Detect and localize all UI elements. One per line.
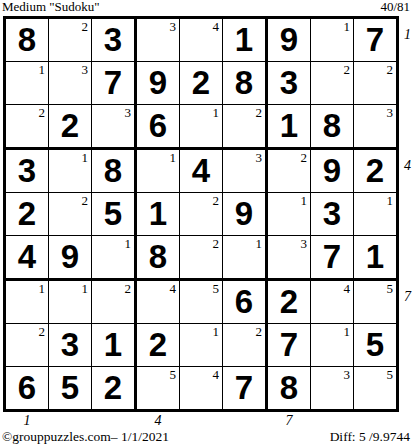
pencil-mark: 3 [344, 367, 351, 382]
cell-digit: 1 [354, 236, 396, 278]
cell-digit: 1 [137, 193, 179, 235]
box-6: 292131371 [268, 150, 396, 278]
cell-r1c1[interactable]: 8 [6, 19, 48, 61]
cell-digit: 6 [6, 367, 48, 409]
cell-digit: 1 [223, 19, 265, 61]
cell-r8c9[interactable]: 5 [354, 324, 396, 366]
pencil-mark: 5 [213, 281, 220, 296]
cell-r7c5[interactable]: 5 [180, 281, 222, 323]
pencil-mark: 3 [256, 150, 263, 165]
cell-r6c8[interactable]: 7 [311, 236, 353, 278]
cell-r7c2[interactable]: 1 [49, 281, 91, 323]
cell-digit: 7 [92, 62, 134, 104]
pencil-mark: 5 [170, 367, 177, 382]
cell-r5c1[interactable]: 2 [6, 193, 48, 235]
row-label-4: 4 [404, 158, 411, 173]
pencil-mark: 1 [82, 281, 89, 296]
pencil-mark: 1 [387, 193, 394, 208]
cell-digit: 6 [137, 105, 179, 147]
cell-r4c5[interactable]: 4 [180, 150, 222, 192]
box-3: 917322183 [268, 19, 396, 147]
cell-digit: 9 [49, 236, 91, 278]
cell-r3c6[interactable]: 2 [223, 105, 265, 147]
cell-r2c4[interactable]: 9 [137, 62, 179, 104]
cell-r6c6[interactable]: 1 [223, 236, 265, 278]
box-4: 318225491 [6, 150, 134, 278]
col-label-7: 7 [268, 413, 310, 428]
cell-r3c4[interactable]: 6 [137, 105, 179, 147]
pencil-mark: 1 [301, 193, 308, 208]
cell-digit: 8 [268, 367, 310, 409]
pencil-mark: 2 [213, 193, 220, 208]
cell-r9c9[interactable]: 5 [354, 367, 396, 409]
pencil-mark: 2 [82, 19, 89, 34]
box-1: 823137223 [6, 19, 134, 147]
pencil-mark: 3 [82, 62, 89, 77]
pencil-mark: 2 [213, 236, 220, 251]
pencil-mark: 2 [125, 281, 132, 296]
cell-r3c8[interactable]: 8 [311, 105, 353, 147]
cell-r5c8[interactable]: 3 [311, 193, 353, 235]
cell-r4c6[interactable]: 3 [223, 150, 265, 192]
cell-r6c9[interactable]: 1 [354, 236, 396, 278]
cell-digit: 2 [354, 150, 396, 192]
pencil-mark: 1 [125, 236, 132, 251]
sudoku-board: 8231372233419286129173221833182254911431… [3, 16, 399, 412]
cell-r9c2[interactable]: 5 [49, 367, 91, 409]
cell-digit: 6 [223, 281, 265, 323]
box-7: 112231652 [6, 281, 134, 409]
pencil-mark: 4 [213, 19, 220, 34]
difficulty-text: Diff: 5 /9.9744 [330, 429, 410, 444]
cell-r4c9[interactable]: 2 [354, 150, 396, 192]
pencil-mark: 3 [170, 19, 177, 34]
cell-r6c3[interactable]: 1 [92, 236, 134, 278]
cell-r4c8[interactable]: 9 [311, 150, 353, 192]
cell-r3c5[interactable]: 1 [180, 105, 222, 147]
cell-r7c9[interactable]: 5 [354, 281, 396, 323]
cell-digit: 7 [354, 19, 396, 61]
pencil-mark: 1 [256, 236, 263, 251]
cell-r8c4[interactable]: 2 [137, 324, 179, 366]
cell-r5c6[interactable]: 9 [223, 193, 265, 235]
cell-digit: 3 [92, 19, 134, 61]
cell-r2c3[interactable]: 7 [92, 62, 134, 104]
cell-r4c1[interactable]: 3 [6, 150, 48, 192]
cell-r9c3[interactable]: 2 [92, 367, 134, 409]
cell-digit: 3 [268, 62, 310, 104]
pencil-mark: 1 [39, 62, 46, 77]
cell-r5c2[interactable]: 2 [49, 193, 91, 235]
cell-digit: 9 [268, 19, 310, 61]
cell-r7c7[interactable]: 2 [268, 281, 310, 323]
cell-r4c4[interactable]: 1 [137, 150, 179, 192]
cell-digit: 5 [354, 324, 396, 366]
cell-digit: 1 [92, 324, 134, 366]
box-8: 456212547 [137, 281, 265, 409]
pencil-mark: 4 [170, 281, 177, 296]
pencil-mark: 2 [82, 193, 89, 208]
pencil-mark: 2 [39, 105, 46, 120]
cell-r9c1[interactable]: 6 [6, 367, 48, 409]
cell-r2c1[interactable]: 1 [6, 62, 48, 104]
cell-r9c8[interactable]: 3 [311, 367, 353, 409]
pencil-mark: 5 [387, 367, 394, 382]
pencil-mark: 1 [213, 324, 220, 339]
cell-r8c6[interactable]: 2 [223, 324, 265, 366]
cell-r3c3[interactable]: 3 [92, 105, 134, 147]
pencil-mark: 5 [387, 281, 394, 296]
pencil-mark: 3 [125, 105, 132, 120]
cell-r7c8[interactable]: 4 [311, 281, 353, 323]
cell-r6c1[interactable]: 4 [6, 236, 48, 278]
cell-r8c3[interactable]: 1 [92, 324, 134, 366]
cell-r5c5[interactable]: 2 [180, 193, 222, 235]
cell-r1c5[interactable]: 4 [180, 19, 222, 61]
cell-r2c8[interactable]: 2 [311, 62, 353, 104]
cell-digit: 8 [92, 150, 134, 192]
cell-digit: 2 [92, 367, 134, 409]
cell-r6c5[interactable]: 2 [180, 236, 222, 278]
cell-r9c5[interactable]: 4 [180, 367, 222, 409]
cell-r1c2[interactable]: 2 [49, 19, 91, 61]
footer: ©grouppuzzles.com– 1/1/2021 Diff: 5 /9.9… [0, 429, 412, 444]
cell-digit: 2 [137, 324, 179, 366]
cell-r1c6[interactable]: 1 [223, 19, 265, 61]
cell-r3c7[interactable]: 1 [268, 105, 310, 147]
cell-r4c7[interactable]: 2 [268, 150, 310, 192]
cell-r7c3[interactable]: 2 [92, 281, 134, 323]
cell-r7c1[interactable]: 1 [6, 281, 48, 323]
puzzle-title: Medium "Sudoku" [2, 0, 100, 14]
cell-r1c3[interactable]: 3 [92, 19, 134, 61]
cell-r4c2[interactable]: 1 [49, 150, 91, 192]
cell-digit: 4 [180, 150, 222, 192]
copyright-text: ©grouppuzzles.com– 1/1/2021 [2, 429, 169, 444]
cell-r5c9[interactable]: 1 [354, 193, 396, 235]
cell-r6c4[interactable]: 8 [137, 236, 179, 278]
cell-r8c8[interactable]: 1 [311, 324, 353, 366]
cell-r2c6[interactable]: 8 [223, 62, 265, 104]
row-label-7: 7 [404, 289, 411, 304]
pencil-mark: 3 [301, 236, 308, 251]
pencil-mark: 2 [301, 150, 308, 165]
cell-digit: 3 [311, 193, 353, 235]
box-5: 143129821 [137, 150, 265, 278]
pencil-mark: 4 [213, 367, 220, 382]
cell-r8c5[interactable]: 1 [180, 324, 222, 366]
cell-digit: 8 [137, 236, 179, 278]
cell-r4c3[interactable]: 8 [92, 150, 134, 192]
cell-digit: 7 [268, 324, 310, 366]
cell-r7c6[interactable]: 6 [223, 281, 265, 323]
cell-r5c4[interactable]: 1 [137, 193, 179, 235]
pencil-mark: 2 [344, 62, 351, 77]
pencil-mark: 1 [82, 150, 89, 165]
cell-digit: 8 [223, 62, 265, 104]
cell-digit: 3 [49, 324, 91, 366]
pencil-mark: 2 [387, 62, 394, 77]
cell-r9c4[interactable]: 5 [137, 367, 179, 409]
pencil-mark: 1 [213, 105, 220, 120]
page: Medium "Sudoku" 40/81 823137223341928612… [0, 0, 412, 445]
cell-digit: 8 [6, 19, 48, 61]
col-label-1: 1 [6, 413, 48, 428]
cell-r8c2[interactable]: 3 [49, 324, 91, 366]
row-label-1: 1 [404, 27, 411, 42]
cell-digit: 3 [6, 150, 48, 192]
cell-r6c2[interactable]: 9 [49, 236, 91, 278]
cell-r2c5[interactable]: 2 [180, 62, 222, 104]
pencil-mark: 2 [256, 324, 263, 339]
pencil-mark: 1 [344, 19, 351, 34]
cell-r1c9[interactable]: 7 [354, 19, 396, 61]
pencil-mark: 4 [344, 281, 351, 296]
cell-r6c7[interactable]: 3 [268, 236, 310, 278]
cell-digit: 2 [49, 105, 91, 147]
cell-r8c7[interactable]: 7 [268, 324, 310, 366]
cell-digit: 9 [137, 62, 179, 104]
cell-r9c6[interactable]: 7 [223, 367, 265, 409]
cell-r2c9[interactable]: 2 [354, 62, 396, 104]
pencil-mark: 1 [170, 150, 177, 165]
cell-digit: 2 [6, 193, 48, 235]
cell-digit: 8 [311, 105, 353, 147]
cell-digit: 7 [223, 367, 265, 409]
cell-digit: 5 [49, 367, 91, 409]
cell-digit: 2 [180, 62, 222, 104]
cell-r9c7[interactable]: 8 [268, 367, 310, 409]
box-9: 245715835 [268, 281, 396, 409]
col-label-4: 4 [137, 413, 179, 428]
cell-digit: 2 [268, 281, 310, 323]
cell-digit: 4 [6, 236, 48, 278]
cell-r2c2[interactable]: 3 [49, 62, 91, 104]
cell-r1c8[interactable]: 1 [311, 19, 353, 61]
cell-r8c1[interactable]: 2 [6, 324, 48, 366]
cell-r5c3[interactable]: 5 [92, 193, 134, 235]
box-2: 341928612 [137, 19, 265, 147]
cell-digit: 7 [311, 236, 353, 278]
pencil-mark: 1 [344, 324, 351, 339]
cell-r7c4[interactable]: 4 [137, 281, 179, 323]
cell-r3c1[interactable]: 2 [6, 105, 48, 147]
cell-r1c4[interactable]: 3 [137, 19, 179, 61]
pencil-mark: 3 [387, 105, 394, 120]
clue-counter: 40/81 [380, 0, 410, 14]
cell-r5c7[interactable]: 1 [268, 193, 310, 235]
cell-digit: 5 [92, 193, 134, 235]
cell-digit: 1 [268, 105, 310, 147]
pencil-mark: 2 [39, 324, 46, 339]
cell-r1c7[interactable]: 9 [268, 19, 310, 61]
cell-digit: 9 [311, 150, 353, 192]
cell-r3c9[interactable]: 3 [354, 105, 396, 147]
pencil-mark: 2 [256, 105, 263, 120]
cell-r3c2[interactable]: 2 [49, 105, 91, 147]
header: Medium "Sudoku" 40/81 [0, 0, 412, 16]
pencil-mark: 1 [39, 281, 46, 296]
cell-digit: 9 [223, 193, 265, 235]
cell-r2c7[interactable]: 3 [268, 62, 310, 104]
